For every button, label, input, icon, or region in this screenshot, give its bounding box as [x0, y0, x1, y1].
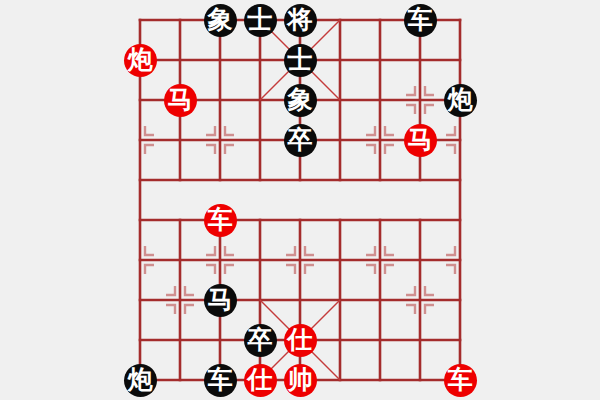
piece-red-chariot[interactable]: 车 — [444, 364, 477, 397]
piece-red-cannon[interactable]: 炮 — [124, 44, 157, 77]
board-grid: 象士将车炮士马象炮卒马车马卒仕炮车仕帅车 — [120, 0, 480, 400]
piece-black-chariot[interactable]: 车 — [204, 364, 237, 397]
piece-red-general[interactable]: 帅 — [284, 364, 317, 397]
piece-black-chariot[interactable]: 车 — [404, 4, 437, 37]
piece-red-advisor[interactable]: 仕 — [284, 324, 317, 357]
piece-black-elephant[interactable]: 象 — [204, 4, 237, 37]
piece-black-cannon[interactable]: 炮 — [444, 84, 477, 117]
piece-black-cannon[interactable]: 炮 — [124, 364, 157, 397]
piece-red-horse[interactable]: 马 — [404, 124, 437, 157]
xiangqi-app: 象士将车炮士马象炮卒马车马卒仕炮车仕帅车 — [0, 0, 600, 400]
piece-black-soldier[interactable]: 卒 — [244, 324, 277, 357]
piece-red-horse[interactable]: 马 — [164, 84, 197, 117]
piece-black-elephant[interactable]: 象 — [284, 84, 317, 117]
piece-black-advisor[interactable]: 士 — [284, 44, 317, 77]
piece-black-horse[interactable]: 马 — [204, 284, 237, 317]
piece-black-soldier[interactable]: 卒 — [284, 124, 317, 157]
piece-red-advisor[interactable]: 仕 — [244, 364, 277, 397]
piece-black-advisor[interactable]: 士 — [244, 4, 277, 37]
piece-red-chariot[interactable]: 车 — [204, 204, 237, 237]
piece-black-general[interactable]: 将 — [284, 4, 317, 37]
